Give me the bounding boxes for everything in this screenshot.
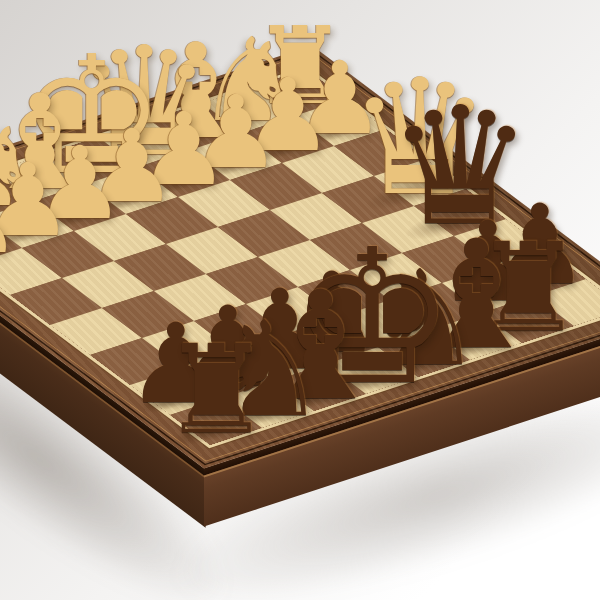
piece-black-rook[interactable]: ♜: [155, 344, 277, 433]
product-photo-scene: ♜♞♟♝♟♛♟♚♟♝♛♟♞♟♜♛♟♟♟♟♜♝♟♞♟♚♟♝♟♞♜: [0, 0, 600, 600]
piece-white-pawn[interactable]: ♟: [0, 197, 26, 253]
